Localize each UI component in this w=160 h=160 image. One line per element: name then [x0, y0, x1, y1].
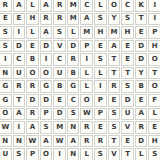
grid-cell[interactable]: I	[13, 26, 26, 39]
grid-cell[interactable]: E	[94, 121, 107, 134]
grid-cell[interactable]: S	[94, 53, 107, 66]
grid-cell[interactable]: T	[108, 67, 121, 80]
grid-cell[interactable]: S	[0, 40, 12, 53]
grid-cell[interactable]: L	[80, 148, 93, 160]
grid-cell[interactable]: I	[148, 13, 160, 26]
grid-cell[interactable]: S	[67, 108, 80, 121]
grid-cell[interactable]: O	[148, 53, 160, 66]
grid-cell[interactable]: A	[13, 108, 26, 121]
grid-cell[interactable]: M	[67, 13, 80, 26]
grid-cell[interactable]: T	[108, 135, 121, 148]
grid-cell[interactable]: L	[148, 108, 160, 121]
grid-cell[interactable]: U	[0, 148, 12, 160]
grid-cell[interactable]: B	[53, 80, 66, 93]
grid-cell[interactable]: C	[13, 53, 26, 66]
grid-cell[interactable]: W	[80, 108, 93, 121]
grid-cell[interactable]: G	[67, 80, 80, 93]
grid-cell[interactable]: N	[0, 135, 12, 148]
grid-cell[interactable]: I	[148, 0, 160, 12]
grid-cell[interactable]: A	[40, 26, 53, 39]
grid-cell[interactable]: D	[40, 94, 53, 107]
grid-cell[interactable]: E	[135, 26, 148, 39]
grid-cell[interactable]: S	[121, 80, 134, 93]
grid-cell[interactable]: M	[53, 121, 66, 134]
grid-cell[interactable]: U	[121, 108, 134, 121]
grid-cell[interactable]: I	[40, 53, 53, 66]
grid-cell[interactable]: O	[148, 80, 160, 93]
grid-cell[interactable]: E	[121, 53, 134, 66]
grid-cell[interactable]: E	[13, 13, 26, 26]
grid-cell[interactable]: S	[148, 148, 160, 160]
grid-cell[interactable]: A	[40, 0, 53, 12]
grid-cell[interactable]: L	[94, 67, 107, 80]
grid-cell[interactable]: A	[108, 40, 121, 53]
grid-cell[interactable]: R	[80, 121, 93, 134]
grid-cell[interactable]: I	[94, 80, 107, 93]
grid-cell[interactable]: L	[26, 0, 39, 12]
grid-cell[interactable]: T	[121, 67, 134, 80]
grid-cell[interactable]: E	[53, 94, 66, 107]
grid-cell[interactable]: I	[0, 53, 12, 66]
grid-cell[interactable]: H	[121, 26, 134, 39]
grid-cell[interactable]: G	[40, 80, 53, 93]
grid-cell[interactable]: I	[13, 121, 26, 134]
grid-cell[interactable]: N	[13, 135, 26, 148]
grid-cell[interactable]: P	[94, 94, 107, 107]
grid-cell[interactable]: D	[67, 40, 80, 53]
grid-cell[interactable]: W	[53, 135, 66, 148]
grid-cell[interactable]: A	[13, 0, 26, 12]
grid-cell[interactable]: W	[0, 121, 12, 134]
grid-cell[interactable]: C	[80, 0, 93, 12]
grid-cell[interactable]: A	[40, 135, 53, 148]
grid-cell[interactable]: S	[108, 121, 121, 134]
grid-cell[interactable]: R	[67, 53, 80, 66]
grid-cell[interactable]: U	[13, 67, 26, 80]
grid-cell[interactable]: R	[0, 0, 12, 12]
grid-cell[interactable]: M	[80, 26, 93, 39]
grid-cell[interactable]: S	[0, 26, 12, 39]
grid-cell[interactable]: S	[108, 108, 121, 121]
grid-cell[interactable]: H	[148, 135, 160, 148]
word-search-grid: RALARMCLOCKIEEHRRMASYSTISILASLMHMHEPSDED…	[0, 0, 160, 160]
grid-cell[interactable]: N	[0, 67, 12, 80]
grid-cell[interactable]: E	[135, 94, 148, 107]
grid-cell[interactable]: A	[135, 108, 148, 121]
grid-cell[interactable]: I	[53, 148, 66, 160]
grid-cell[interactable]: L	[94, 0, 107, 12]
grid-cell[interactable]: R	[53, 0, 66, 12]
grid-cell[interactable]: E	[94, 40, 107, 53]
grid-cell[interactable]: S	[13, 148, 26, 160]
grid-cell[interactable]: L	[80, 67, 93, 80]
grid-cell[interactable]: R	[80, 135, 93, 148]
grid-cell[interactable]: D	[135, 135, 148, 148]
grid-cell[interactable]: O	[40, 148, 53, 160]
grid-cell[interactable]: P	[94, 108, 107, 121]
grid-cell[interactable]: F	[148, 94, 160, 107]
grid-cell[interactable]: Y	[135, 67, 148, 80]
grid-cell[interactable]: A	[26, 121, 39, 134]
grid-cell[interactable]: R	[135, 121, 148, 134]
grid-cell[interactable]: E	[121, 135, 134, 148]
grid-cell[interactable]: T	[108, 53, 121, 66]
grid-cell[interactable]: S	[53, 26, 66, 39]
grid-cell[interactable]: D	[135, 40, 148, 53]
grid-cell[interactable]: D	[40, 40, 53, 53]
grid-cell[interactable]: L	[67, 26, 80, 39]
grid-cell[interactable]: N	[67, 148, 80, 160]
grid-cell[interactable]: Y	[108, 13, 121, 26]
grid-cell[interactable]: O	[80, 94, 93, 107]
grid-cell[interactable]: E	[148, 121, 160, 134]
grid-cell[interactable]: V	[108, 148, 121, 160]
grid-cell[interactable]: V	[53, 40, 66, 53]
grid-cell[interactable]: P	[26, 148, 39, 160]
grid-cell[interactable]: B	[67, 67, 80, 80]
grid-cell[interactable]: R	[108, 80, 121, 93]
grid-cell[interactable]: O	[26, 67, 39, 80]
grid-cell[interactable]: R	[26, 80, 39, 93]
grid-cell[interactable]: E	[108, 94, 121, 107]
grid-cell[interactable]: O	[108, 0, 121, 12]
grid-cell[interactable]: U	[53, 67, 66, 80]
grid-cell[interactable]: C	[53, 53, 66, 66]
grid-cell[interactable]: D	[121, 94, 134, 107]
grid-cell[interactable]: D	[13, 40, 26, 53]
grid-cell[interactable]: H	[26, 13, 39, 26]
grid-cell[interactable]: L	[135, 148, 148, 160]
grid-cell[interactable]: S	[121, 13, 134, 26]
grid-cell[interactable]: P	[40, 108, 53, 121]
grid-cell[interactable]: A	[67, 135, 80, 148]
grid-cell[interactable]: A	[80, 13, 93, 26]
grid-cell[interactable]: D	[53, 108, 66, 121]
grid-cell[interactable]: H	[94, 26, 107, 39]
grid-cell[interactable]: S	[40, 121, 53, 134]
grid-cell[interactable]: S	[94, 148, 107, 160]
grid-cell[interactable]: O	[40, 67, 53, 80]
grid-cell[interactable]: H	[148, 40, 160, 53]
grid-cell[interactable]: K	[135, 0, 148, 12]
grid-cell[interactable]: T	[13, 94, 26, 107]
grid-cell[interactable]: R	[26, 108, 39, 121]
grid-cell[interactable]: E	[26, 40, 39, 53]
grid-cell[interactable]: L	[26, 26, 39, 39]
grid-cell[interactable]: B	[26, 53, 39, 66]
grid-cell[interactable]: P	[80, 40, 93, 53]
grid-cell[interactable]: T	[135, 13, 148, 26]
grid-cell[interactable]: M	[67, 0, 80, 12]
grid-cell[interactable]: D	[135, 53, 148, 66]
grid-cell[interactable]: P	[148, 26, 160, 39]
grid-cell[interactable]: W	[26, 135, 39, 148]
grid-cell[interactable]: E	[0, 13, 12, 26]
grid-cell[interactable]: R	[53, 13, 66, 26]
grid-cell[interactable]: G	[0, 80, 12, 93]
grid-cell[interactable]: L	[80, 80, 93, 93]
word-search-board: RALARMCLOCKIEEHRRMASYSTISILASLMHMHEPSDED…	[0, 0, 160, 160]
grid-cell[interactable]: O	[0, 108, 12, 121]
grid-cell[interactable]: B	[135, 80, 148, 93]
grid-cell[interactable]: R	[13, 80, 26, 93]
grid-cell[interactable]: V	[121, 121, 134, 134]
grid-cell[interactable]: G	[0, 94, 12, 107]
grid-cell[interactable]: C	[121, 0, 134, 12]
grid-cell[interactable]: T	[121, 148, 134, 160]
grid-cell[interactable]: N	[67, 121, 80, 134]
grid-cell[interactable]: M	[108, 26, 121, 39]
grid-cell[interactable]: C	[67, 94, 80, 107]
grid-cell[interactable]: R	[94, 135, 107, 148]
grid-cell[interactable]: S	[94, 13, 107, 26]
grid-cell[interactable]: R	[40, 13, 53, 26]
grid-cell[interactable]: T	[148, 67, 160, 80]
grid-cell[interactable]: D	[26, 94, 39, 107]
grid-cell[interactable]: I	[80, 53, 93, 66]
grid-cell[interactable]: E	[121, 40, 134, 53]
